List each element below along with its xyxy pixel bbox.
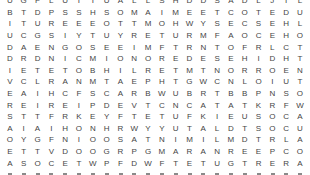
grid-cell: E	[127, 77, 141, 89]
grid-cell: E	[141, 111, 155, 123]
grid-cell: Y	[100, 111, 114, 123]
grid-cell: B	[224, 88, 238, 100]
grid-cell: A	[169, 146, 183, 158]
grid-cell: S	[58, 7, 72, 19]
grid-cell: O	[293, 88, 307, 100]
grid-cell: E	[238, 146, 252, 158]
grid-cell: D	[224, 123, 238, 135]
grid-cell: O	[265, 65, 279, 77]
grid-cell: R	[3, 100, 17, 112]
grid-cell: O	[252, 77, 266, 89]
grid-cell: W	[86, 158, 100, 170]
grid-cell: K	[72, 111, 86, 123]
grid-cell: D	[196, 0, 210, 7]
grid-cell: O	[265, 123, 279, 135]
grid-cell: R	[17, 53, 31, 65]
grid-cell: E	[114, 42, 128, 54]
grid-cell: R	[58, 111, 72, 123]
grid-cell: O	[114, 7, 128, 19]
grid-cell: I	[127, 42, 141, 54]
grid-cell: T	[72, 158, 86, 170]
grid-cell: M	[141, 42, 155, 54]
grid-cell: T	[141, 135, 155, 147]
grid-cell: S	[279, 88, 293, 100]
grid-cell: O	[155, 19, 169, 31]
grid-cell: G	[31, 30, 45, 42]
grid-cell: A	[17, 42, 31, 54]
grid-cell: T	[196, 65, 210, 77]
grid-cell: N	[44, 42, 58, 54]
grid-cell: P	[141, 77, 155, 89]
grid-cell: D	[183, 0, 197, 7]
grid-cell: A	[114, 0, 128, 7]
grid-cell: P	[252, 88, 266, 100]
grid-cell: E	[58, 158, 72, 170]
grid-cell: A	[141, 7, 155, 19]
grid-cell: T	[210, 88, 224, 100]
grid-cell: N	[86, 123, 100, 135]
grid-cell: I	[86, 0, 100, 7]
grid-cell: A	[224, 30, 238, 42]
grid-cell: U	[100, 0, 114, 7]
word-search-grid: UGFLUIIUALLSHDDSADLJILBTDPSSHSOMAIMEETCO…	[3, 0, 307, 169]
grid-cell: C	[279, 42, 293, 54]
grid-cell: T	[114, 19, 128, 31]
grid-cell: E	[265, 7, 279, 19]
grid-cell: I	[210, 111, 224, 123]
grid-cell: I	[100, 53, 114, 65]
grid-cell: T	[17, 19, 31, 31]
grid-cell: R	[196, 88, 210, 100]
grid-cell: Y	[114, 30, 128, 42]
grid-cell: W	[196, 77, 210, 89]
grid-cell: E	[224, 19, 238, 31]
grid-cell: F	[44, 111, 58, 123]
grid-cell: T	[238, 158, 252, 170]
grid-cell: B	[238, 88, 252, 100]
grid-cell: H	[155, 77, 169, 89]
grid-cell: R	[114, 146, 128, 158]
grid-cell: L	[210, 123, 224, 135]
grid-cell: T	[17, 146, 31, 158]
grid-cell: F	[44, 135, 58, 147]
grid-cell: D	[3, 42, 17, 54]
grid-cell: I	[72, 100, 86, 112]
grid-cell: O	[31, 158, 45, 170]
grid-cell: M	[86, 77, 100, 89]
grid-cell: G	[141, 146, 155, 158]
grid-cell: E	[141, 30, 155, 42]
grid-cell: O	[238, 30, 252, 42]
grid-cell: U	[3, 0, 17, 7]
grid-cell: A	[196, 123, 210, 135]
grid-cell: R	[252, 65, 266, 77]
grid-cell: U	[169, 123, 183, 135]
grid-cell: T	[127, 111, 141, 123]
grid-cell: Y	[72, 30, 86, 42]
grid-cell: N	[210, 65, 224, 77]
grid-cell: E	[17, 100, 31, 112]
grid-cell: N	[127, 53, 141, 65]
grid-cell: T	[17, 111, 31, 123]
grid-cell: O	[141, 53, 155, 65]
grid-cell: F	[210, 30, 224, 42]
grid-cell: E	[183, 158, 197, 170]
grid-cell: D	[31, 53, 45, 65]
grid-cell: G	[17, 0, 31, 7]
grid-cell: A	[58, 77, 72, 89]
grid-cell: E	[86, 19, 100, 31]
grid-cell: A	[3, 158, 17, 170]
grid-cell: U	[169, 111, 183, 123]
grid-cell: V	[3, 77, 17, 89]
grid-cell: T	[196, 158, 210, 170]
grid-cell: O	[224, 42, 238, 54]
grid-cell: T	[155, 111, 169, 123]
grid-cell: L	[252, 0, 266, 7]
grid-cell: D	[127, 158, 141, 170]
grid-cell: P	[44, 7, 58, 19]
grid-cell: I	[3, 19, 17, 31]
grid-cell: O	[72, 146, 86, 158]
grid-cell: R	[127, 30, 141, 42]
grid-cell: O	[100, 135, 114, 147]
grid-cell: C	[100, 88, 114, 100]
grid-cell: Y	[155, 123, 169, 135]
grid-cell: U	[169, 88, 183, 100]
grid-cell: A	[293, 158, 307, 170]
grid-cell: G	[224, 158, 238, 170]
grid-cell: C	[17, 30, 31, 42]
grid-cell: N	[293, 65, 307, 77]
grid-cell: R	[279, 158, 293, 170]
grid-cell: I	[44, 123, 58, 135]
grid-cell: C	[17, 77, 31, 89]
grid-cell: R	[44, 100, 58, 112]
grid-cell: L	[31, 77, 45, 89]
grid-cell: A	[114, 88, 128, 100]
grid-cell: O	[86, 135, 100, 147]
grid-cell: A	[31, 123, 45, 135]
grid-cell: O	[293, 146, 307, 158]
grid-cell: E	[265, 19, 279, 31]
grid-cell: B	[86, 65, 100, 77]
grid-cell: O	[293, 30, 307, 42]
grid-cell: S	[72, 7, 86, 19]
grid-cell: U	[293, 7, 307, 19]
grid-cell: R	[183, 42, 197, 54]
grid-cell: L	[141, 0, 155, 7]
grid-cell: T	[210, 42, 224, 54]
grid-cell: F	[155, 42, 169, 54]
grid-cell: A	[17, 88, 31, 100]
grid-cell: D	[31, 7, 45, 19]
grid-cell: C	[210, 77, 224, 89]
grid-cell: E	[114, 100, 128, 112]
grid-cell: G	[58, 42, 72, 54]
grid-cell: C	[183, 100, 197, 112]
grid-cell: S	[3, 111, 17, 123]
grid-cell: C	[72, 53, 86, 65]
grid-cell: T	[141, 100, 155, 112]
grid-cell: S	[252, 19, 266, 31]
grid-cell: H	[279, 30, 293, 42]
grid-cell: D	[3, 53, 17, 65]
grid-cell: M	[183, 65, 197, 77]
grid-cell: I	[31, 88, 45, 100]
grid-cell: E	[155, 65, 169, 77]
grid-cell: O	[72, 42, 86, 54]
grid-cell: M	[169, 7, 183, 19]
grid-cell: D	[238, 0, 252, 7]
grid-cell: L	[127, 65, 141, 77]
grid-cell: I	[72, 135, 86, 147]
grid-cell: O	[72, 123, 86, 135]
grid-cell: T	[127, 19, 141, 31]
grid-cell: S	[252, 123, 266, 135]
grid-cell: S	[155, 0, 169, 7]
grid-cell: T	[100, 77, 114, 89]
grid-cell: E	[196, 53, 210, 65]
grid-cell: N	[155, 135, 169, 147]
grid-cell: N	[210, 146, 224, 158]
grid-cell: H	[279, 53, 293, 65]
grid-cell: R	[224, 146, 238, 158]
grid-cell: N	[265, 88, 279, 100]
grid-cell: R	[265, 135, 279, 147]
grid-cell: T	[31, 111, 45, 123]
grid-cell: D	[183, 53, 197, 65]
grid-cell: C	[224, 7, 238, 19]
grid-cell: N	[44, 53, 58, 65]
grid-cell: L	[293, 19, 307, 31]
grid-cell: P	[100, 158, 114, 170]
grid-cell: R	[155, 53, 169, 65]
grid-cell: I	[279, 0, 293, 7]
grid-cell: F	[114, 111, 128, 123]
grid-cell: N	[196, 42, 210, 54]
grid-cell: I	[265, 77, 279, 89]
grid-cell: B	[141, 88, 155, 100]
grid-cell: W	[127, 123, 141, 135]
grid-cell: W	[141, 158, 155, 170]
grid-cell: N	[58, 135, 72, 147]
grid-cell: L	[210, 135, 224, 147]
grid-cell: R	[127, 88, 141, 100]
grid-cell: F	[31, 0, 45, 7]
grid-cell: E	[3, 88, 17, 100]
grid-cell: A	[114, 77, 128, 89]
grid-cell: P	[265, 146, 279, 158]
grid-cell: S	[210, 53, 224, 65]
grid-cell: D	[265, 53, 279, 65]
grid-cell: B	[3, 7, 17, 19]
word-search-board: UGFLUIIUALLSHDDSADLJILBTDPSSHSOMAIMEETCO…	[0, 0, 310, 175]
grid-cell: H	[44, 88, 58, 100]
grid-cell: H	[238, 53, 252, 65]
grid-cell: U	[238, 111, 252, 123]
grid-cell: R	[44, 77, 58, 89]
grid-cell: P	[86, 100, 100, 112]
grid-cell: A	[224, 0, 238, 7]
grid-cell: M	[155, 146, 169, 158]
grid-cell: I	[169, 135, 183, 147]
grid-cell: F	[238, 42, 252, 54]
grid-cell: S	[86, 42, 100, 54]
grid-cell: W	[293, 100, 307, 112]
grid-cell: F	[155, 158, 169, 170]
grid-cell: I	[3, 65, 17, 77]
grid-cell: I	[155, 7, 169, 19]
grid-cell: I	[17, 123, 31, 135]
grid-cell: L	[279, 135, 293, 147]
grid-cell: H	[58, 123, 72, 135]
grid-cell: C	[238, 19, 252, 31]
grid-cell: R	[265, 100, 279, 112]
grid-cell: U	[279, 77, 293, 89]
grid-cell: T	[183, 123, 197, 135]
grid-cell: E	[196, 7, 210, 19]
clipped-bottom-row	[3, 173, 307, 175]
grid-cell: M	[127, 7, 141, 19]
grid-cell: R	[141, 65, 155, 77]
grid-cell: I	[31, 100, 45, 112]
grid-cell: R	[44, 19, 58, 31]
grid-cell: W	[183, 19, 197, 31]
grid-cell: T	[238, 123, 252, 135]
grid-cell: T	[31, 146, 45, 158]
grid-cell: T	[293, 42, 307, 54]
grid-cell: O	[86, 146, 100, 158]
grid-cell: C	[155, 100, 169, 112]
grid-cell: H	[169, 0, 183, 7]
grid-cell: A	[196, 100, 210, 112]
grid-cell: S	[114, 135, 128, 147]
grid-cell: S	[210, 19, 224, 31]
grid-cell: E	[224, 111, 238, 123]
grid-cell: T	[169, 65, 183, 77]
grid-cell: R	[252, 42, 266, 54]
grid-cell: U	[210, 158, 224, 170]
grid-cell: O	[114, 53, 128, 65]
grid-cell: C	[44, 158, 58, 170]
grid-cell: L	[127, 0, 141, 7]
grid-cell: T	[238, 100, 252, 112]
grid-cell: R	[183, 30, 197, 42]
grid-cell: D	[279, 7, 293, 19]
grid-cell: E	[169, 53, 183, 65]
grid-cell: S	[210, 0, 224, 7]
grid-cell: N	[169, 100, 183, 112]
grid-cell: C	[279, 146, 293, 158]
grid-cell: T	[210, 7, 224, 19]
grid-cell: C	[279, 123, 293, 135]
grid-cell: I	[58, 53, 72, 65]
grid-cell: G	[31, 135, 45, 147]
grid-cell: A	[293, 135, 307, 147]
grid-cell: U	[3, 30, 17, 42]
grid-cell: U	[293, 123, 307, 135]
grid-cell: K	[252, 100, 266, 112]
grid-cell: P	[127, 146, 141, 158]
grid-cell: A	[224, 100, 238, 112]
grid-cell: Y	[196, 19, 210, 31]
grid-cell: F	[183, 111, 197, 123]
grid-cell: T	[252, 135, 266, 147]
grid-cell: U	[31, 19, 45, 31]
grid-cell: E	[100, 42, 114, 54]
grid-cell: Y	[17, 135, 31, 147]
grid-cell: E	[86, 111, 100, 123]
grid-cell: T	[293, 53, 307, 65]
grid-cell: M	[224, 135, 238, 147]
grid-cell: F	[72, 88, 86, 100]
grid-cell: T	[169, 77, 183, 89]
grid-cell: I	[72, 0, 86, 7]
grid-cell: A	[127, 135, 141, 147]
grid-cell: R	[252, 158, 266, 170]
grid-cell: M	[183, 135, 197, 147]
grid-cell: T	[169, 158, 183, 170]
grid-cell: S	[252, 111, 266, 123]
grid-cell: U	[58, 0, 72, 7]
grid-cell: T	[169, 42, 183, 54]
grid-cell: M	[86, 53, 100, 65]
grid-cell: E	[3, 146, 17, 158]
grid-cell: I	[252, 53, 266, 65]
grid-cell: O	[3, 135, 17, 147]
grid-cell: O	[238, 7, 252, 19]
grid-cell: E	[183, 7, 197, 19]
grid-cell: F	[279, 100, 293, 112]
grid-cell: O	[72, 65, 86, 77]
grid-cell: D	[58, 146, 72, 158]
grid-cell: L	[293, 0, 307, 7]
grid-cell: S	[86, 88, 100, 100]
grid-cell: E	[31, 42, 45, 54]
grid-cell: I	[196, 135, 210, 147]
grid-cell: E	[224, 53, 238, 65]
grid-cell: R	[114, 123, 128, 135]
grid-cell: G	[100, 146, 114, 158]
grid-cell: R	[238, 65, 252, 77]
grid-cell: E	[17, 65, 31, 77]
grid-cell: M	[141, 19, 155, 31]
grid-cell: O	[265, 111, 279, 123]
grid-cell: J	[265, 0, 279, 7]
grid-cell: Y	[141, 123, 155, 135]
grid-cell: A	[196, 146, 210, 158]
grid-cell: E	[44, 65, 58, 77]
grid-cell: T	[31, 65, 45, 77]
grid-cell: S	[44, 30, 58, 42]
grid-cell: T	[58, 65, 72, 77]
grid-cell: T	[293, 77, 307, 89]
grid-cell: I	[58, 30, 72, 42]
grid-cell: A	[3, 123, 17, 135]
grid-cell: T	[210, 100, 224, 112]
grid-cell: H	[86, 7, 100, 19]
grid-cell: L	[238, 77, 252, 89]
grid-cell: G	[183, 77, 197, 89]
grid-cell: T	[17, 7, 31, 19]
grid-cell: R	[183, 146, 197, 158]
grid-cell: E	[265, 30, 279, 42]
grid-cell: F	[114, 158, 128, 170]
grid-cell: H	[279, 19, 293, 31]
grid-cell: T	[86, 30, 100, 42]
grid-cell: E	[279, 65, 293, 77]
